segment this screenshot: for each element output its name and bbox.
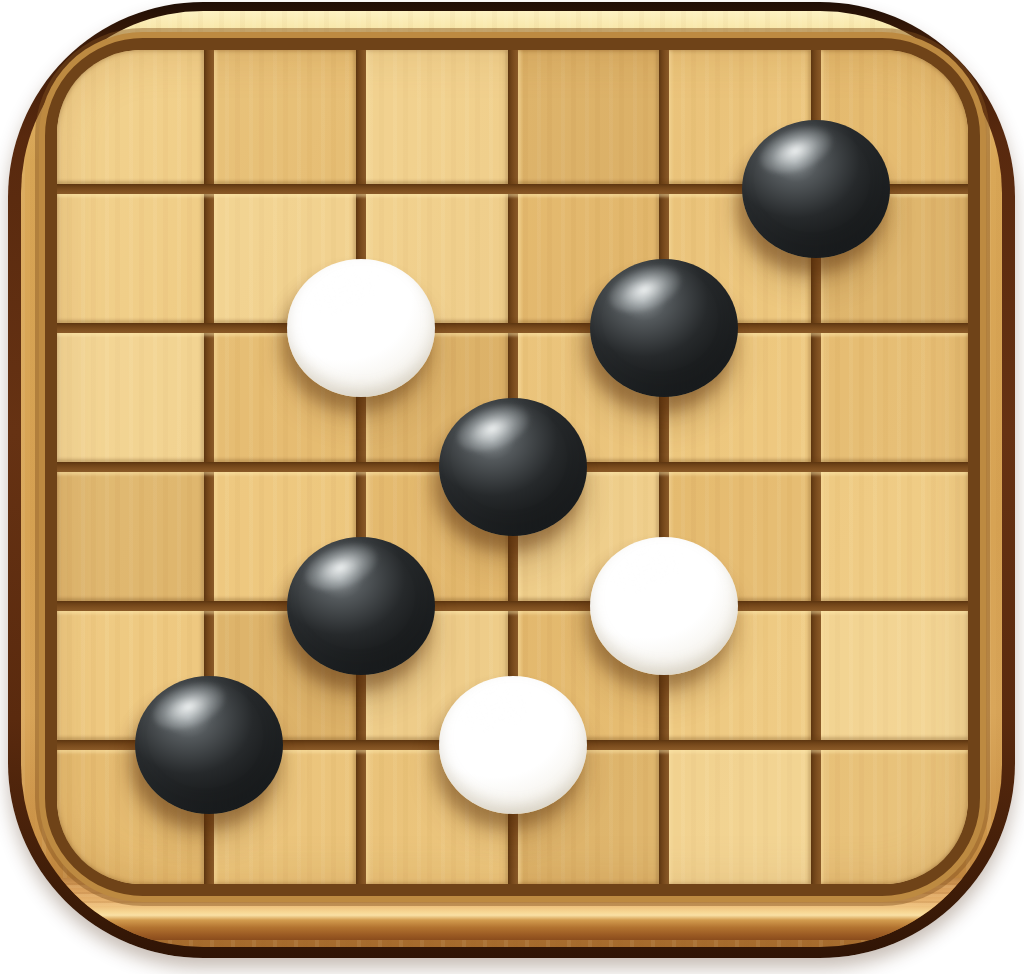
black-stone — [287, 537, 435, 675]
black-stone — [742, 120, 890, 258]
white-stone — [287, 259, 435, 397]
white-stone — [439, 676, 587, 814]
board-surface — [57, 50, 968, 884]
goban-board[interactable] — [45, 38, 980, 896]
black-stone — [590, 259, 738, 397]
grid-horizontal-line — [57, 323, 968, 333]
white-stone — [590, 537, 738, 675]
grid-horizontal-line — [57, 601, 968, 611]
black-stone — [439, 398, 587, 536]
gomoku-app-icon[interactable] — [0, 0, 1024, 974]
black-stone — [135, 676, 283, 814]
